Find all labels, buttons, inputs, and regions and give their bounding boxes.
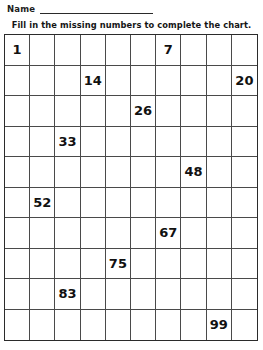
grid-cell-blank[interactable]	[181, 279, 206, 310]
grid-cell-blank[interactable]	[106, 157, 131, 188]
grid-cell-blank[interactable]	[181, 310, 206, 341]
grid-cell-blank[interactable]	[232, 310, 257, 341]
grid-cell-blank[interactable]	[156, 188, 181, 219]
grid-cell-blank[interactable]	[81, 96, 106, 127]
grid-cell-blank[interactable]	[232, 218, 257, 249]
grid-cell-blank[interactable]	[232, 157, 257, 188]
grid-cell-blank[interactable]	[5, 310, 30, 341]
grid-cell-blank[interactable]	[5, 66, 30, 97]
grid-cell-blank[interactable]	[30, 279, 55, 310]
grid-cell-blank[interactable]	[106, 96, 131, 127]
grid-cell-blank[interactable]	[131, 66, 156, 97]
grid-cell-blank[interactable]	[106, 279, 131, 310]
grid-cell-blank[interactable]	[55, 66, 80, 97]
grid-cell-given: 52	[30, 188, 55, 219]
grid-cell-blank[interactable]	[106, 35, 131, 66]
grid-cell-blank[interactable]	[5, 127, 30, 158]
name-row: Name	[7, 4, 263, 14]
grid-cell-blank[interactable]	[156, 279, 181, 310]
worksheet-page: Name Fill in the missing numbers to comp…	[0, 0, 263, 350]
grid-cell-blank[interactable]	[156, 96, 181, 127]
grid-cell-blank[interactable]	[30, 218, 55, 249]
grid-cell-blank[interactable]	[181, 96, 206, 127]
number-grid: 1714202633485267758399	[4, 34, 258, 341]
grid-cell-blank[interactable]	[207, 35, 232, 66]
grid-cell-given: 7	[156, 35, 181, 66]
grid-cell-blank[interactable]	[55, 218, 80, 249]
grid-cell-given: 26	[131, 96, 156, 127]
grid-cell-blank[interactable]	[156, 157, 181, 188]
grid-cell-blank[interactable]	[232, 188, 257, 219]
grid-cell-blank[interactable]	[232, 249, 257, 280]
grid-cell-blank[interactable]	[181, 66, 206, 97]
grid-cell-blank[interactable]	[156, 310, 181, 341]
grid-cell-blank[interactable]	[55, 188, 80, 219]
grid-cell-blank[interactable]	[131, 35, 156, 66]
grid-cell-blank[interactable]	[232, 279, 257, 310]
grid-cell-blank[interactable]	[181, 218, 206, 249]
grid-cell-blank[interactable]	[30, 127, 55, 158]
grid-cell-blank[interactable]	[181, 35, 206, 66]
grid-cell-blank[interactable]	[106, 218, 131, 249]
grid-cell-given: 75	[106, 249, 131, 280]
grid-cell-given: 14	[81, 66, 106, 97]
grid-cell-blank[interactable]	[106, 127, 131, 158]
grid-cell-blank[interactable]	[232, 35, 257, 66]
grid-cell-blank[interactable]	[232, 127, 257, 158]
grid-cell-blank[interactable]	[81, 218, 106, 249]
grid-cell-blank[interactable]	[81, 249, 106, 280]
grid-cell-blank[interactable]	[81, 188, 106, 219]
grid-cell-blank[interactable]	[207, 188, 232, 219]
grid-cell-blank[interactable]	[156, 249, 181, 280]
grid-cell-blank[interactable]	[131, 218, 156, 249]
grid-cell-blank[interactable]	[30, 249, 55, 280]
grid-cell-given: 67	[156, 218, 181, 249]
grid-cell-blank[interactable]	[55, 35, 80, 66]
grid-cell-blank[interactable]	[207, 96, 232, 127]
grid-cell-blank[interactable]	[131, 188, 156, 219]
grid-cell-blank[interactable]	[207, 127, 232, 158]
grid-cell-blank[interactable]	[5, 279, 30, 310]
grid-cell-blank[interactable]	[156, 127, 181, 158]
grid-cell-blank[interactable]	[181, 249, 206, 280]
grid-cell-blank[interactable]	[30, 157, 55, 188]
grid-cell-given: 48	[181, 157, 206, 188]
grid-cell-blank[interactable]	[131, 310, 156, 341]
grid-cell-blank[interactable]	[181, 127, 206, 158]
grid-cell-given: 1	[5, 35, 30, 66]
grid-cell-blank[interactable]	[232, 96, 257, 127]
grid-cell-blank[interactable]	[30, 35, 55, 66]
grid-cell-blank[interactable]	[131, 249, 156, 280]
grid-cell-blank[interactable]	[81, 310, 106, 341]
grid-cell-blank[interactable]	[55, 157, 80, 188]
grid-cell-blank[interactable]	[30, 66, 55, 97]
grid-cell-blank[interactable]	[30, 96, 55, 127]
grid-cell-given: 99	[207, 310, 232, 341]
grid-cell-blank[interactable]	[106, 66, 131, 97]
grid-cell-given: 20	[232, 66, 257, 97]
grid-cell-blank[interactable]	[207, 249, 232, 280]
name-label: Name	[7, 4, 35, 14]
grid-cell-blank[interactable]	[106, 188, 131, 219]
grid-cell-blank[interactable]	[207, 279, 232, 310]
grid-cell-blank[interactable]	[106, 310, 131, 341]
grid-cell-blank[interactable]	[55, 310, 80, 341]
grid-cell-blank[interactable]	[131, 127, 156, 158]
grid-cell-given: 83	[55, 279, 80, 310]
grid-cell-blank[interactable]	[207, 66, 232, 97]
grid-cell-given: 33	[55, 127, 80, 158]
grid-cell-blank[interactable]	[81, 127, 106, 158]
grid-cell-blank[interactable]	[207, 218, 232, 249]
grid-cell-blank[interactable]	[81, 35, 106, 66]
grid-cell-blank[interactable]	[156, 66, 181, 97]
name-input-line[interactable]	[40, 4, 153, 14]
grid-cell-blank[interactable]	[5, 218, 30, 249]
grid-cell-blank[interactable]	[81, 279, 106, 310]
grid-cell-blank[interactable]	[55, 96, 80, 127]
grid-cell-blank[interactable]	[30, 310, 55, 341]
grid-cell-blank[interactable]	[181, 188, 206, 219]
grid-cell-blank[interactable]	[5, 96, 30, 127]
grid-cell-blank[interactable]	[5, 249, 30, 280]
instructions-title: Fill in the missing numbers to complete …	[0, 20, 263, 30]
grid-cell-blank[interactable]	[81, 157, 106, 188]
grid-cell-blank[interactable]	[5, 188, 30, 219]
grid-cell-blank[interactable]	[131, 157, 156, 188]
grid-cell-blank[interactable]	[55, 249, 80, 280]
grid-cell-blank[interactable]	[5, 157, 30, 188]
grid-cell-blank[interactable]	[131, 279, 156, 310]
grid-cell-blank[interactable]	[207, 157, 232, 188]
